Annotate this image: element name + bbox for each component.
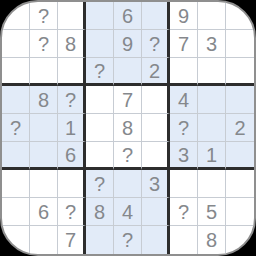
cell-r3c5[interactable] (114, 58, 142, 86)
cell-r4c8[interactable] (198, 86, 226, 114)
cell-r5c9[interactable]: 2 (226, 114, 254, 142)
cell-r3c8[interactable] (198, 58, 226, 86)
cell-r6c4[interactable] (86, 142, 114, 170)
cell-r5c6[interactable] (142, 114, 170, 142)
cell-r9c8[interactable]: 8 (198, 226, 226, 254)
cell-r7c5[interactable] (114, 170, 142, 198)
cell-r9c4[interactable] (86, 226, 114, 254)
cell-r5c3[interactable]: 1 (58, 114, 86, 142)
cell-r5c2[interactable] (30, 114, 58, 142)
cell-r5c8[interactable] (198, 114, 226, 142)
screenshot-stage: ?69?89?73?28?74?18?26?31?36?84?57?8 (0, 0, 256, 256)
sudoku-grid: ?69?89?73?28?74?18?26?31?36?84?57?8 (2, 2, 254, 254)
cell-r8c4[interactable]: 8 (86, 198, 114, 226)
cell-r1c1[interactable] (2, 2, 30, 30)
cell-r3c7[interactable] (170, 58, 198, 86)
cell-r7c1[interactable] (2, 170, 30, 198)
cell-r7c4[interactable]: ? (86, 170, 114, 198)
cell-r6c5[interactable]: ? (114, 142, 142, 170)
cell-r8c5[interactable]: 4 (114, 198, 142, 226)
cell-r1c3[interactable] (58, 2, 86, 30)
cell-r4c4[interactable] (86, 86, 114, 114)
cell-r3c1[interactable] (2, 58, 30, 86)
cell-r4c1[interactable] (2, 86, 30, 114)
cell-r3c6[interactable]: 2 (142, 58, 170, 86)
cell-r1c4[interactable] (86, 2, 114, 30)
cell-r5c1[interactable]: ? (2, 114, 30, 142)
cell-r9c6[interactable] (142, 226, 170, 254)
cell-r3c4[interactable]: ? (86, 58, 114, 86)
cell-r4c6[interactable] (142, 86, 170, 114)
cell-r9c1[interactable] (2, 226, 30, 254)
cell-r8c3[interactable]: ? (58, 198, 86, 226)
cell-r4c5[interactable]: 7 (114, 86, 142, 114)
cell-r8c8[interactable]: 5 (198, 198, 226, 226)
cell-r6c1[interactable] (2, 142, 30, 170)
cell-r2c6[interactable]: ? (142, 30, 170, 58)
sudoku-board: ?69?89?73?28?74?18?26?31?36?84?57?8 (0, 0, 256, 256)
cell-r3c3[interactable] (58, 58, 86, 86)
cell-r3c2[interactable] (30, 58, 58, 86)
cell-r2c5[interactable]: 9 (114, 30, 142, 58)
cell-r5c4[interactable] (86, 114, 114, 142)
cell-r3c9[interactable] (226, 58, 254, 86)
cell-r6c7[interactable]: 3 (170, 142, 198, 170)
cell-r8c7[interactable]: ? (170, 198, 198, 226)
cell-r1c6[interactable] (142, 2, 170, 30)
cell-r9c5[interactable]: ? (114, 226, 142, 254)
cell-r9c9[interactable] (226, 226, 254, 254)
cell-r8c9[interactable] (226, 198, 254, 226)
cell-r7c7[interactable] (170, 170, 198, 198)
cell-r6c9[interactable] (226, 142, 254, 170)
cell-r7c9[interactable] (226, 170, 254, 198)
cell-r2c8[interactable]: 3 (198, 30, 226, 58)
cell-r2c9[interactable] (226, 30, 254, 58)
cell-r6c3[interactable]: 6 (58, 142, 86, 170)
cell-r2c3[interactable]: 8 (58, 30, 86, 58)
cell-r7c8[interactable] (198, 170, 226, 198)
cell-r6c2[interactable] (30, 142, 58, 170)
cell-r9c7[interactable] (170, 226, 198, 254)
cell-r2c7[interactable]: 7 (170, 30, 198, 58)
cell-r4c3[interactable]: ? (58, 86, 86, 114)
cell-r8c6[interactable] (142, 198, 170, 226)
cell-r4c7[interactable]: 4 (170, 86, 198, 114)
cell-r8c2[interactable]: 6 (30, 198, 58, 226)
cell-r7c3[interactable] (58, 170, 86, 198)
cell-r9c3[interactable]: 7 (58, 226, 86, 254)
cell-r2c4[interactable] (86, 30, 114, 58)
cell-r5c7[interactable]: ? (170, 114, 198, 142)
cell-r5c5[interactable]: 8 (114, 114, 142, 142)
cell-r1c8[interactable] (198, 2, 226, 30)
cell-r4c9[interactable] (226, 86, 254, 114)
cell-r1c9[interactable] (226, 2, 254, 30)
cell-r9c2[interactable] (30, 226, 58, 254)
cell-r6c6[interactable] (142, 142, 170, 170)
cell-r2c1[interactable] (2, 30, 30, 58)
cell-r1c5[interactable]: 6 (114, 2, 142, 30)
cell-r1c7[interactable]: 9 (170, 2, 198, 30)
cell-r1c2[interactable]: ? (30, 2, 58, 30)
cell-r2c2[interactable]: ? (30, 30, 58, 58)
cell-r7c6[interactable]: 3 (142, 170, 170, 198)
cell-r7c2[interactable] (30, 170, 58, 198)
cell-r8c1[interactable] (2, 198, 30, 226)
cell-r6c8[interactable]: 1 (198, 142, 226, 170)
cell-r4c2[interactable]: 8 (30, 86, 58, 114)
